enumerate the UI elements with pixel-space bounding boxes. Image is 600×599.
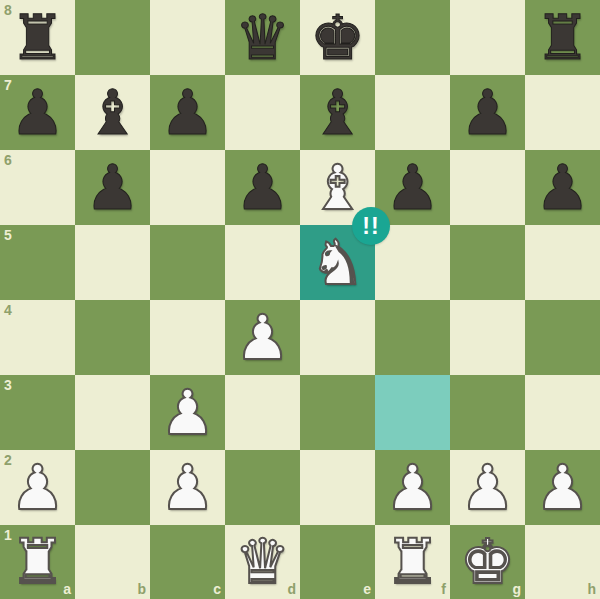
square-c8[interactable] (150, 0, 225, 75)
white-bishop[interactable]: ♝ (300, 150, 375, 225)
square-h7[interactable] (525, 75, 600, 150)
square-a6[interactable]: 6 (0, 150, 75, 225)
square-g5[interactable] (450, 225, 525, 300)
black-bishop[interactable]: ♝ (300, 75, 375, 150)
black-rook[interactable]: ♜ (525, 0, 600, 75)
white-pawn[interactable]: ♟ (150, 375, 225, 450)
file-label-h: h (587, 582, 596, 596)
square-c6[interactable] (150, 150, 225, 225)
square-d4[interactable]: ♟ (225, 300, 300, 375)
square-g7[interactable]: ♟ (450, 75, 525, 150)
square-b3[interactable] (75, 375, 150, 450)
square-g8[interactable] (450, 0, 525, 75)
rank-label-4: 4 (4, 303, 12, 317)
square-c4[interactable] (150, 300, 225, 375)
square-c1[interactable]: c (150, 525, 225, 599)
square-a8[interactable]: 8♜ (0, 0, 75, 75)
square-f5[interactable] (375, 225, 450, 300)
square-d8[interactable]: ♛ (225, 0, 300, 75)
square-d5[interactable] (225, 225, 300, 300)
square-f6[interactable]: ♟ (375, 150, 450, 225)
square-h3[interactable] (525, 375, 600, 450)
white-rook[interactable]: ♜ (0, 525, 75, 599)
square-e1[interactable]: e (300, 525, 375, 599)
square-g6[interactable] (450, 150, 525, 225)
square-a7[interactable]: 7♟ (0, 75, 75, 150)
black-rook[interactable]: ♜ (0, 0, 75, 75)
square-e3[interactable] (300, 375, 375, 450)
square-a5[interactable]: 5 (0, 225, 75, 300)
square-f3[interactable] (375, 375, 450, 450)
square-b2[interactable] (75, 450, 150, 525)
rank-label-6: 6 (4, 153, 12, 167)
black-pawn[interactable]: ♟ (375, 150, 450, 225)
square-h6[interactable]: ♟ (525, 150, 600, 225)
square-g1[interactable]: g♚ (450, 525, 525, 599)
square-f8[interactable] (375, 0, 450, 75)
white-pawn[interactable]: ♟ (225, 300, 300, 375)
black-pawn[interactable]: ♟ (150, 75, 225, 150)
square-c3[interactable]: ♟ (150, 375, 225, 450)
square-c5[interactable] (150, 225, 225, 300)
square-b8[interactable] (75, 0, 150, 75)
black-pawn[interactable]: ♟ (450, 75, 525, 150)
square-g3[interactable] (450, 375, 525, 450)
white-rook[interactable]: ♜ (375, 525, 450, 599)
square-b1[interactable]: b (75, 525, 150, 599)
square-a2[interactable]: 2♟ (0, 450, 75, 525)
square-g2[interactable]: ♟ (450, 450, 525, 525)
square-d7[interactable] (225, 75, 300, 150)
square-d6[interactable]: ♟ (225, 150, 300, 225)
white-knight[interactable]: ♞ (300, 225, 375, 300)
square-c2[interactable]: ♟ (150, 450, 225, 525)
square-f4[interactable] (375, 300, 450, 375)
square-h2[interactable]: ♟ (525, 450, 600, 525)
file-label-c: c (213, 582, 221, 596)
white-pawn[interactable]: ♟ (150, 450, 225, 525)
square-g4[interactable] (450, 300, 525, 375)
file-label-b: b (137, 582, 146, 596)
square-e8[interactable]: ♚ (300, 0, 375, 75)
black-queen[interactable]: ♛ (225, 0, 300, 75)
black-pawn[interactable]: ♟ (0, 75, 75, 150)
square-e2[interactable] (300, 450, 375, 525)
square-a3[interactable]: 3 (0, 375, 75, 450)
rank-label-5: 5 (4, 228, 12, 242)
square-h8[interactable]: ♜ (525, 0, 600, 75)
square-c7[interactable]: ♟ (150, 75, 225, 150)
white-queen[interactable]: ♛ (225, 525, 300, 599)
square-a4[interactable]: 4 (0, 300, 75, 375)
square-h1[interactable]: h (525, 525, 600, 599)
square-b6[interactable]: ♟ (75, 150, 150, 225)
black-pawn[interactable]: ♟ (75, 150, 150, 225)
square-f1[interactable]: f♜ (375, 525, 450, 599)
black-pawn[interactable]: ♟ (525, 150, 600, 225)
white-pawn[interactable]: ♟ (525, 450, 600, 525)
black-bishop[interactable]: ♝ (75, 75, 150, 150)
square-f7[interactable] (375, 75, 450, 150)
rank-label-3: 3 (4, 378, 12, 392)
black-king[interactable]: ♚ (300, 0, 375, 75)
square-b5[interactable] (75, 225, 150, 300)
square-e6[interactable]: ♝ (300, 150, 375, 225)
chess-board: 8♜♛♚♜7♟♝♟♝♟6♟♟♝♟♟5♞!!4♟3♟2♟♟♟♟♟1a♜bcd♛ef… (0, 0, 600, 599)
white-pawn[interactable]: ♟ (375, 450, 450, 525)
square-f2[interactable]: ♟ (375, 450, 450, 525)
square-h5[interactable] (525, 225, 600, 300)
square-d1[interactable]: d♛ (225, 525, 300, 599)
file-label-e: e (363, 582, 371, 596)
square-b4[interactable] (75, 300, 150, 375)
square-d3[interactable] (225, 375, 300, 450)
white-pawn[interactable]: ♟ (0, 450, 75, 525)
square-b7[interactable]: ♝ (75, 75, 150, 150)
square-h4[interactable] (525, 300, 600, 375)
square-e5[interactable]: ♞!! (300, 225, 375, 300)
square-e4[interactable] (300, 300, 375, 375)
square-a1[interactable]: 1a♜ (0, 525, 75, 599)
square-e7[interactable]: ♝ (300, 75, 375, 150)
square-d2[interactable] (225, 450, 300, 525)
white-pawn[interactable]: ♟ (450, 450, 525, 525)
white-king[interactable]: ♚ (450, 525, 525, 599)
black-pawn[interactable]: ♟ (225, 150, 300, 225)
